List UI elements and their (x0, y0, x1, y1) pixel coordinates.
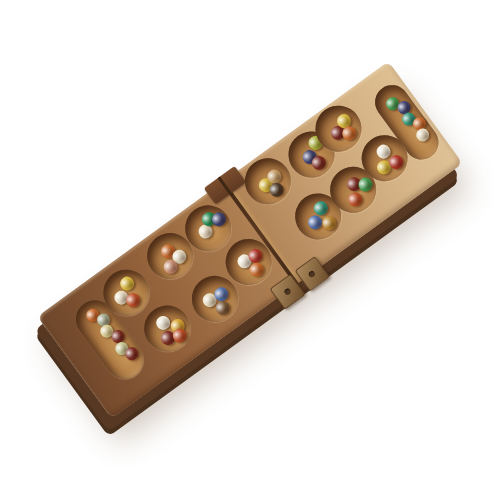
bead-orange_red (345, 190, 365, 210)
bead-amber (319, 213, 339, 233)
photo-background (0, 0, 500, 500)
screw-hole (308, 270, 316, 278)
mancala-board (37, 61, 462, 418)
brass-hinge (269, 256, 330, 310)
screw-hole (283, 288, 291, 296)
